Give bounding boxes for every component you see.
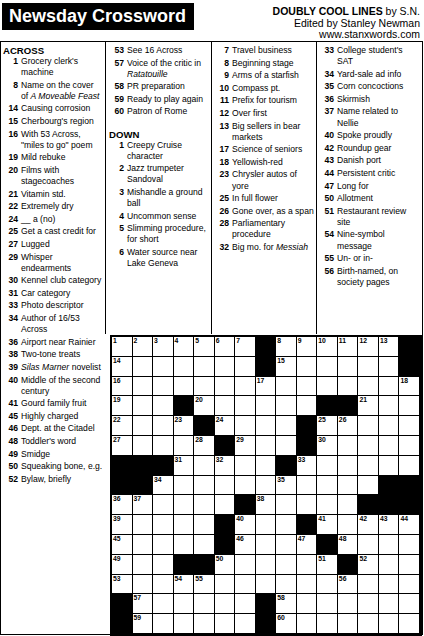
down-clue-2: 2Jazz trumpeter Sandoval	[109, 163, 209, 185]
grid-cell-r2c5[interactable]	[194, 357, 215, 377]
grid-cell-r9c12[interactable]	[338, 495, 359, 515]
grid-cell-r15c4[interactable]	[174, 614, 195, 634]
grid-cell-r3c3[interactable]	[153, 377, 174, 397]
cell-number-31: 31	[175, 456, 183, 464]
grid-cell-r12c10[interactable]	[297, 555, 318, 575]
clue-number: 43	[319, 155, 337, 166]
grid-cell-r10c5[interactable]	[194, 515, 215, 535]
grid-cell-r3c8[interactable]: 17	[256, 377, 277, 397]
grid-cell-r7c6[interactable]: 32	[215, 456, 236, 476]
down-clue-32: 32Big mo. for Messiah	[214, 242, 314, 253]
grid-cell-r1c5[interactable]: 5	[194, 337, 215, 357]
clue-text: Parliamentary procedure	[232, 218, 314, 240]
grid-cell-r13c4[interactable]: 54	[174, 575, 195, 595]
grid-cell-r14c12[interactable]	[338, 594, 359, 614]
grid-cell-r10c11[interactable]: 41	[317, 515, 338, 535]
grid-cell-r9c8[interactable]: 38	[256, 495, 277, 515]
grid-cell-r13c6[interactable]	[215, 575, 236, 595]
clue-number: 27	[3, 239, 21, 250]
grid-cell-r9c6[interactable]	[215, 495, 236, 515]
grid-cell-r3c1[interactable]: 16	[112, 377, 133, 397]
grid-cell-r2c2[interactable]	[133, 357, 154, 377]
clue-text: Gone over, as a span	[232, 206, 314, 217]
grid-cell-r12c9[interactable]	[276, 555, 297, 575]
column-divider-2	[211, 42, 212, 334]
grid-cell-r10c9[interactable]	[276, 515, 297, 535]
clue-text: Arms of a starfish	[232, 70, 314, 81]
grid-cell-r4c13[interactable]: 21	[358, 396, 379, 416]
grid-cell-r11c12[interactable]: 48	[338, 535, 359, 555]
grid-cell-r5c11[interactable]: 25	[317, 416, 338, 436]
clue-text: Silas Marner novelist	[21, 362, 103, 373]
grid-cell-r4c2[interactable]	[133, 396, 154, 416]
grid-cell-r9c1[interactable]: 36	[112, 495, 133, 515]
grid-cell-r11c2[interactable]	[133, 535, 154, 555]
grid-cell-r9c13-black	[358, 495, 379, 515]
grid-cell-r15c3[interactable]	[153, 614, 174, 634]
grid-cell-r4c12-black	[338, 396, 359, 416]
down-clue-40: 40Spoke proudly	[319, 130, 421, 141]
clue-number: 50	[3, 461, 21, 472]
cell-number-56: 56	[339, 575, 347, 583]
clue-number: 16	[3, 129, 21, 151]
grid-cell-r7c13[interactable]	[358, 456, 379, 476]
grid-cell-r6c13[interactable]	[358, 436, 379, 456]
grid-cell-r4c8[interactable]	[256, 396, 277, 416]
grid-cell-r4c5[interactable]: 20	[194, 396, 215, 416]
clue-column-1: ACROSS1Grocery clerk's machine8Name on t…	[3, 45, 103, 486]
grid-cell-r15c14[interactable]	[379, 614, 400, 634]
grid-cell-r4c1[interactable]: 19	[112, 396, 133, 416]
grid-cell-r15c6[interactable]	[215, 614, 236, 634]
grid-cell-r2c3[interactable]	[153, 357, 174, 377]
down-clue-10: 10Compass pt.	[214, 83, 314, 94]
grid-cell-r8c13[interactable]	[358, 476, 379, 496]
grid-cell-r5c7[interactable]	[235, 416, 256, 436]
grid-cell-r2c11[interactable]	[317, 357, 338, 377]
grid-cell-r12c11[interactable]: 51	[317, 555, 338, 575]
grid-cell-r9c10[interactable]	[297, 495, 318, 515]
cell-number-41: 41	[318, 515, 326, 523]
across-clue-21: 21Vitamin std.	[3, 189, 103, 200]
grid-cell-r1c7[interactable]: 7	[235, 337, 256, 357]
grid-cell-r8c4[interactable]	[174, 476, 195, 496]
across-clue-24: 24__ a (no)	[3, 214, 103, 225]
grid-cell-r11c13[interactable]	[358, 535, 379, 555]
grid-cell-r6c15[interactable]	[399, 436, 420, 456]
clue-text: Grocery clerk's machine	[21, 56, 103, 78]
cell-number-29: 29	[236, 436, 244, 444]
cell-number-14: 14	[113, 357, 121, 365]
grid-cell-r14c1-black	[112, 594, 133, 614]
grid-cell-r13c13[interactable]	[358, 575, 379, 595]
grid-cell-r1c6[interactable]: 6	[215, 337, 236, 357]
grid-cell-r11c7[interactable]: 46	[235, 535, 256, 555]
clue-number: 28	[214, 218, 232, 240]
clue-number: 52	[3, 474, 21, 485]
across-clue-52: 52Bylaw, briefly	[3, 474, 103, 485]
grid-cell-r7c10[interactable]: 33	[297, 456, 318, 476]
clue-text: Smidge	[21, 449, 103, 460]
grid-cell-r14c14[interactable]	[379, 594, 400, 614]
grid-cell-r5c4[interactable]: 23	[174, 416, 195, 436]
clue-text: Middle of the second century	[21, 375, 103, 397]
grid-cell-r13c5[interactable]: 55	[194, 575, 215, 595]
grid-cell-r15c13[interactable]	[358, 614, 379, 634]
grid-cell-r13c12[interactable]: 56	[338, 575, 359, 595]
cell-number-34: 34	[154, 476, 162, 484]
grid-cell-r7c11[interactable]	[317, 456, 338, 476]
clue-text: Author of 16/53 Across	[21, 313, 103, 335]
clue-text: Big mo. for Messiah	[232, 242, 314, 253]
grid-cell-r13c15[interactable]	[399, 575, 420, 595]
clue-number: 34	[3, 313, 21, 335]
grid-cell-r6c12[interactable]	[338, 436, 359, 456]
grid-cell-r3c7[interactable]	[235, 377, 256, 397]
grid-cell-r7c7[interactable]	[235, 456, 256, 476]
grid-cell-r1c11[interactable]: 10	[317, 337, 338, 357]
grid-cell-r4c9[interactable]	[276, 396, 297, 416]
down-clue-47: 47Long for	[319, 181, 421, 192]
grid-cell-r14c2[interactable]: 57	[133, 594, 154, 614]
grid-cell-r6c10-black	[297, 436, 318, 456]
grid-cell-r13c10[interactable]	[297, 575, 318, 595]
across-clue-25: 25Get a cast credit for	[3, 226, 103, 237]
grid-cell-r12c3[interactable]	[153, 555, 174, 575]
clue-number: 4	[109, 211, 127, 222]
grid-cell-r1c2[interactable]: 2	[133, 337, 154, 357]
grid-cell-r8c8[interactable]	[256, 476, 277, 496]
grid-cell-r6c4[interactable]	[174, 436, 195, 456]
grid-cell-r12c2[interactable]	[133, 555, 154, 575]
clue-text: Causing corrosion	[21, 103, 103, 114]
across-clue-16: 16With 53 Across, "miles to go" poem	[3, 129, 103, 151]
grid-cell-r15c15[interactable]	[399, 614, 420, 634]
clue-text: Bylaw, briefly	[21, 474, 103, 485]
grid-cell-r4c6[interactable]	[215, 396, 236, 416]
clue-number: 34	[319, 69, 337, 80]
clue-number: 15	[3, 116, 21, 127]
down-clue-35: 35Corn concoctions	[319, 81, 421, 92]
grid-cell-r7c15[interactable]	[399, 456, 420, 476]
grid-cell-r12c6[interactable]: 50	[215, 555, 236, 575]
clue-number: 37	[319, 106, 337, 128]
across-clue-19: 19Mild rebuke	[3, 152, 103, 163]
clue-text: Creepy Cruise character	[127, 140, 209, 162]
grid-cell-r13c7[interactable]	[235, 575, 256, 595]
grid-cell-r5c1[interactable]: 22	[112, 416, 133, 436]
grid-cell-r11c14[interactable]	[379, 535, 400, 555]
grid-cell-r12c8[interactable]	[256, 555, 277, 575]
grid-cell-r6c9[interactable]	[276, 436, 297, 456]
across-clue-40: 40Middle of the second century	[3, 375, 103, 397]
grid-cell-r6c2[interactable]	[133, 436, 154, 456]
grid-cell-r7c12[interactable]	[338, 456, 359, 476]
cell-number-43: 43	[380, 515, 388, 523]
grid-cell-r5c6[interactable]: 24	[215, 416, 236, 436]
grid-cell-r13c9[interactable]	[276, 575, 297, 595]
grid-cell-r14c4[interactable]	[174, 594, 195, 614]
clue-number: 24	[3, 214, 21, 225]
grid-cell-r3c10[interactable]	[297, 377, 318, 397]
clue-number: 14	[3, 103, 21, 114]
cell-number-9: 9	[298, 337, 302, 345]
across-clue-30: 30Kennel club category	[3, 275, 103, 286]
grid-cell-r1c4[interactable]: 4	[174, 337, 195, 357]
across-clue-53: 53See 16 Across	[109, 45, 209, 56]
grid-cell-r7c14[interactable]	[379, 456, 400, 476]
grid-cell-r13c8[interactable]	[256, 575, 277, 595]
down-clue-26: 26Gone over, as a span	[214, 206, 314, 217]
grid-cell-r9c7-black	[235, 495, 256, 515]
clue-text: Beginning stage	[232, 58, 314, 69]
grid-cell-r14c3[interactable]	[153, 594, 174, 614]
across-clue-31: 31Car category	[3, 288, 103, 299]
clue-number: 41	[3, 398, 21, 409]
grid-cell-r3c6[interactable]	[215, 377, 236, 397]
clue-number: 36	[319, 94, 337, 105]
clue-text: Danish port	[337, 155, 421, 166]
down-clue-54: 54Nine-symbol message	[319, 229, 421, 251]
grid-cell-r13c11[interactable]	[317, 575, 338, 595]
grid-cell-r5c13[interactable]	[358, 416, 379, 436]
grid-cell-r9c9[interactable]	[276, 495, 297, 515]
grid-cell-r14c7[interactable]	[235, 594, 256, 614]
grid-cell-r10c2[interactable]	[133, 515, 154, 535]
grid-cell-r8c12[interactable]	[338, 476, 359, 496]
grid-cell-r10c4[interactable]	[174, 515, 195, 535]
grid-cell-r1c1[interactable]: 1	[112, 337, 133, 357]
across-clue-27: 27Lugged	[3, 239, 103, 250]
grid-cell-r14c11[interactable]	[317, 594, 338, 614]
grid-cell-r7c4[interactable]: 31	[174, 456, 195, 476]
grid-cell-r15c12[interactable]	[338, 614, 359, 634]
grid-cell-r10c7[interactable]: 40	[235, 515, 256, 535]
clue-number: 25	[3, 226, 21, 237]
grid-cell-r15c10[interactable]	[297, 614, 318, 634]
grid-cell-r10c14[interactable]: 43	[379, 515, 400, 535]
grid-cell-r6c1[interactable]: 27	[112, 436, 133, 456]
grid-cell-r12c7[interactable]	[235, 555, 256, 575]
grid-cell-r8c11[interactable]	[317, 476, 338, 496]
grid-cell-r10c15[interactable]: 44	[399, 515, 420, 535]
across-clue-1: 1Grocery clerk's machine	[3, 56, 103, 78]
grid-cell-r15c7[interactable]	[235, 614, 256, 634]
grid-cell-r14c10[interactable]	[297, 594, 318, 614]
clue-text: Yellowish-red	[232, 157, 314, 168]
grid-cell-r3c11[interactable]	[317, 377, 338, 397]
grid-cell-r8c5[interactable]	[194, 476, 215, 496]
clue-text: __ a (no)	[21, 214, 103, 225]
grid-cell-r11c4[interactable]	[174, 535, 195, 555]
grid-cell-r2c1[interactable]: 14	[112, 357, 133, 377]
grid-cell-r14c5[interactable]	[194, 594, 215, 614]
cell-number-30: 30	[318, 436, 326, 444]
grid-cell-r6c3[interactable]	[153, 436, 174, 456]
grid-cell-r14c6[interactable]	[215, 594, 236, 614]
grid-cell-r12c4-black	[174, 555, 195, 575]
puzzle-title-line: DOUBLY COOL LINES by S.N.	[273, 6, 420, 18]
clue-number: 47	[319, 181, 337, 192]
down-clue-36: 36Skirmish	[319, 94, 421, 105]
cell-number-23: 23	[175, 416, 183, 424]
grid-cell-r8c9[interactable]: 35	[276, 476, 297, 496]
clue-number: 59	[109, 94, 127, 105]
grid-cell-r6c8[interactable]	[256, 436, 277, 456]
grid-cell-r1c12[interactable]: 11	[338, 337, 359, 357]
grid-cell-r5c14[interactable]	[379, 416, 400, 436]
clue-text: Persistent critic	[337, 168, 421, 179]
grid-cell-r4c10[interactable]	[297, 396, 318, 416]
grid-cell-r1c3[interactable]: 3	[153, 337, 174, 357]
grid-cell-r5c2[interactable]	[133, 416, 154, 436]
clue-text: Toddler's word	[21, 436, 103, 447]
grid-cell-r8c3[interactable]: 34	[153, 476, 174, 496]
cell-number-24: 24	[216, 416, 224, 424]
grid-cell-r8c10[interactable]	[297, 476, 318, 496]
grid-cell-r9c2[interactable]: 37	[133, 495, 154, 515]
grid-cell-r5c8[interactable]	[256, 416, 277, 436]
crossword-grid: 1234567891011121314151617181920212223242…	[110, 335, 422, 636]
grid-cell-r12c1[interactable]: 49	[112, 555, 133, 575]
across-clue-38: 38Two-tone treats	[3, 349, 103, 360]
grid-cell-r6c7[interactable]: 29	[235, 436, 256, 456]
clue-text: Prefix for tourism	[232, 95, 314, 106]
grid-cell-r4c14[interactable]	[379, 396, 400, 416]
grid-cell-r8c15-black	[399, 476, 420, 496]
grid-cell-r4c7[interactable]	[235, 396, 256, 416]
grid-cell-r1c9[interactable]: 8	[276, 337, 297, 357]
grid-cell-r15c11[interactable]	[317, 614, 338, 634]
grid-cell-r1c10[interactable]: 9	[297, 337, 318, 357]
clue-text: Big sellers in bear markets	[232, 121, 314, 143]
grid-cell-r10c1[interactable]: 39	[112, 515, 133, 535]
grid-cell-r13c3[interactable]	[153, 575, 174, 595]
grid-cell-r2c12[interactable]	[338, 357, 359, 377]
grid-cell-r15c5[interactable]	[194, 614, 215, 634]
grid-cell-r1c13[interactable]: 12	[358, 337, 379, 357]
down-heading: DOWN	[109, 129, 209, 140]
clue-text: Mild rebuke	[21, 152, 103, 163]
grid-cell-r4c3[interactable]	[153, 396, 174, 416]
grid-cell-r14c9[interactable]: 58	[276, 594, 297, 614]
grid-cell-r10c12[interactable]	[338, 515, 359, 535]
clue-number: 3	[109, 187, 127, 209]
grid-cell-r8c7[interactable]	[235, 476, 256, 496]
grid-cell-r3c9[interactable]	[276, 377, 297, 397]
grid-cell-r12c15[interactable]	[399, 555, 420, 575]
across-clue-49: 49Smidge	[3, 449, 103, 460]
grid-cell-r7c5[interactable]	[194, 456, 215, 476]
grid-cell-r11c3[interactable]	[153, 535, 174, 555]
grid-cell-r9c4[interactable]	[174, 495, 195, 515]
grid-cell-r3c13[interactable]	[358, 377, 379, 397]
grid-cell-r3c12[interactable]	[338, 377, 359, 397]
grid-cell-r12c5-black	[194, 555, 215, 575]
clue-text: Vitamin std.	[21, 189, 103, 200]
grid-cell-r3c14[interactable]	[379, 377, 400, 397]
cell-number-25: 25	[318, 416, 326, 424]
grid-cell-r2c4[interactable]	[174, 357, 195, 377]
grid-cell-r11c5[interactable]	[194, 535, 215, 555]
grid-cell-r15c9[interactable]: 60	[276, 614, 297, 634]
cell-number-37: 37	[134, 495, 142, 503]
grid-cell-r3c5[interactable]	[194, 377, 215, 397]
grid-cell-r9c3[interactable]	[153, 495, 174, 515]
grid-cell-r3c2[interactable]	[133, 377, 154, 397]
grid-cell-r12c14[interactable]	[379, 555, 400, 575]
clue-number: 9	[214, 70, 232, 81]
grid-cell-r11c10[interactable]: 47	[297, 535, 318, 555]
grid-cell-r4c4-black	[174, 396, 195, 416]
grid-cell-r12c13[interactable]: 52	[358, 555, 379, 575]
down-clue-13: 13Big sellers in bear markets	[214, 121, 314, 143]
clue-text: Yard-sale ad info	[337, 69, 421, 80]
grid-cell-r7c8[interactable]	[256, 456, 277, 476]
grid-cell-r2c6[interactable]	[215, 357, 236, 377]
grid-cell-r11c1[interactable]: 45	[112, 535, 133, 555]
grid-cell-r11c9[interactable]	[276, 535, 297, 555]
clue-text: Photo descriptor	[21, 300, 103, 311]
grid-cell-r10c8[interactable]	[256, 515, 277, 535]
clue-number: 8	[214, 58, 232, 69]
grid-cell-r6c14[interactable]	[379, 436, 400, 456]
grid-cell-r2c14[interactable]	[379, 357, 400, 377]
clue-number: 2	[109, 163, 127, 185]
grid-cell-r11c8[interactable]	[256, 535, 277, 555]
grid-cell-r8c6[interactable]	[215, 476, 236, 496]
grid-cell-r11c15[interactable]	[399, 535, 420, 555]
grid-cell-r10c3[interactable]	[153, 515, 174, 535]
grid-cell-r9c5[interactable]	[194, 495, 215, 515]
grid-cell-r6c5[interactable]: 28	[194, 436, 215, 456]
grid-cell-r3c15[interactable]: 18	[399, 377, 420, 397]
grid-cell-r13c14[interactable]	[379, 575, 400, 595]
grid-cell-r5c15[interactable]	[399, 416, 420, 436]
grid-cell-r2c10[interactable]	[297, 357, 318, 377]
grid-cell-r3c4[interactable]	[174, 377, 195, 397]
grid-cell-r5c12[interactable]: 26	[338, 416, 359, 436]
grid-cell-r5c9[interactable]	[276, 416, 297, 436]
cell-number-44: 44	[400, 515, 408, 523]
clue-text: Airport near Rainier	[21, 337, 103, 348]
grid-cell-r13c2[interactable]	[133, 575, 154, 595]
grid-cell-r13c1[interactable]: 53	[112, 575, 133, 595]
grid-cell-r5c5-black	[194, 416, 215, 436]
clue-text: In full flower	[232, 193, 314, 204]
cell-number-22: 22	[113, 416, 121, 424]
grid-cell-r5c3[interactable]	[153, 416, 174, 436]
grid-cell-r11c11-black	[317, 535, 338, 555]
grid-cell-r9c11[interactable]	[317, 495, 338, 515]
grid-cell-r14c13[interactable]	[358, 594, 379, 614]
across-clue-50: 50Squeaking bone, e.g.	[3, 461, 103, 472]
grid-cell-r10c13[interactable]: 42	[358, 515, 379, 535]
grid-cell-r4c15[interactable]	[399, 396, 420, 416]
cell-number-53: 53	[113, 575, 121, 583]
across-clue-15: 15Cherbourg's region	[3, 116, 103, 127]
grid-cell-r14c15[interactable]	[399, 594, 420, 614]
grid-cell-r15c2[interactable]: 59	[133, 614, 154, 634]
clue-text: Long for	[337, 181, 421, 192]
grid-cell-r6c11[interactable]: 30	[317, 436, 338, 456]
clue-number: 58	[109, 81, 127, 92]
grid-cell-r1c14[interactable]: 13	[379, 337, 400, 357]
grid-cell-r2c7[interactable]	[235, 357, 256, 377]
grid-cell-r2c13[interactable]	[358, 357, 379, 377]
cell-number-7: 7	[236, 337, 240, 345]
grid-cell-r2c9[interactable]: 15	[276, 357, 297, 377]
